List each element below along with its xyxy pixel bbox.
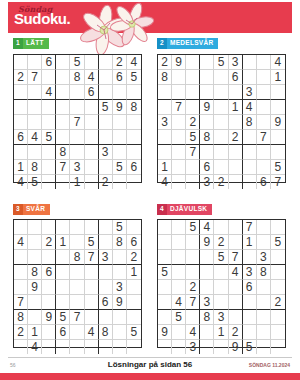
sudoku-cell-r5c7: 6 xyxy=(243,280,257,295)
sudoku-cell-r3c5: 8 xyxy=(70,250,84,265)
sudoku-cell-r5c6 xyxy=(229,115,243,130)
sudoku-cell-r8c2: 8 xyxy=(28,160,42,175)
sudoku-cell-r3c6: 7 xyxy=(85,250,99,265)
sudoku-cell-r9c2: 4 xyxy=(28,340,42,354)
sudoku-cell-r9c6 xyxy=(85,175,99,189)
sudoku-cell-r8c1: 9 xyxy=(158,325,172,340)
sudoku-cell-r1c8 xyxy=(257,55,271,70)
sudoku-cell-r3c5: 5 xyxy=(214,250,228,265)
sudoku-cell-r9c2 xyxy=(172,340,186,354)
sudoku-cell-r9c4: 3 xyxy=(200,175,214,189)
sudoku-cell-r5c9 xyxy=(127,115,141,130)
sudoku-cell-r5c9 xyxy=(271,280,285,295)
sudoku-cell-r5c4 xyxy=(56,280,70,295)
sudoku-cell-r9c9: 7 xyxy=(271,175,285,189)
sudoku-cell-r6c7: 6 xyxy=(99,295,113,310)
sudoku-cell-r9c7 xyxy=(99,340,113,354)
sudoku-cell-r6c3: 5 xyxy=(42,130,56,145)
sudoku-cell-r9c3 xyxy=(42,340,56,354)
sudoku-cell-r8c9: 5 xyxy=(127,325,141,340)
sudoku-cell-r8c4: 6 xyxy=(56,325,70,340)
sudoku-cell-r1c7: 7 xyxy=(243,220,257,235)
masthead-script-text: Söndag xyxy=(18,5,53,13)
sudoku-cell-r2c8: 8 xyxy=(113,235,127,250)
sudoku-cell-r4c5 xyxy=(214,100,228,115)
sudoku-cell-r3c2 xyxy=(28,85,42,100)
sudoku-cell-r4c9 xyxy=(271,100,285,115)
sudoku-cell-r5c1 xyxy=(14,280,28,295)
sudoku-cell-r3c4 xyxy=(56,250,70,265)
sudoku-cell-r4c4 xyxy=(56,100,70,115)
sudoku-cell-r8c6 xyxy=(85,160,99,175)
sudoku-cell-r4c6 xyxy=(85,265,99,280)
sudoku-cell-r3c8 xyxy=(257,85,271,100)
sudoku-grid-1-latt: 6524278465465987645831873564512 xyxy=(13,54,142,183)
sudoku-cell-r2c7 xyxy=(99,70,113,85)
sudoku-cell-r2c3 xyxy=(42,70,56,85)
sudoku-cell-r8c7: 8 xyxy=(99,325,113,340)
sudoku-cell-r4c4 xyxy=(56,265,70,280)
sudoku-cell-r7c3 xyxy=(42,145,56,160)
sudoku-cell-r6c1 xyxy=(158,295,172,310)
sudoku-cell-r6c4 xyxy=(56,295,70,310)
sudoku-cell-r4c2 xyxy=(28,100,42,115)
sudoku-cell-r6c7 xyxy=(243,295,257,310)
sudoku-cell-r8c1: 1 xyxy=(14,160,28,175)
sudoku-cell-r2c5: 8 xyxy=(70,70,84,85)
sudoku-grid-3-svar: 542158687328619376989572164854 xyxy=(13,219,142,348)
sudoku-cell-r8c4 xyxy=(200,325,214,340)
sudoku-cell-r5c5: 7 xyxy=(70,115,84,130)
sudoku-cell-r7c9 xyxy=(271,145,285,160)
sudoku-cell-r8c2: 1 xyxy=(28,325,42,340)
sudoku-cell-r6c9: 2 xyxy=(271,295,285,310)
sudoku-cell-r8c8 xyxy=(257,325,271,340)
sudoku-cell-r1c9: 4 xyxy=(271,55,285,70)
sudoku-cell-r8c3 xyxy=(186,160,200,175)
sudoku-cell-r3c3: 4 xyxy=(42,85,56,100)
sudoku-cell-r8c3: 4 xyxy=(186,325,200,340)
sudoku-cell-r6c2 xyxy=(28,295,42,310)
sudoku-cell-r7c3: 9 xyxy=(42,310,56,325)
sudoku-cell-r6c6 xyxy=(85,295,99,310)
sudoku-cell-r2c3 xyxy=(186,70,200,85)
sudoku-cell-r6c1: 6 xyxy=(14,130,28,145)
sudoku-cell-r8c8: 5 xyxy=(113,160,127,175)
sudoku-cell-r4c4 xyxy=(200,265,214,280)
puzzle-2-difficulty-label: MEDELSVÅR xyxy=(167,38,219,49)
sudoku-cell-r3c8 xyxy=(113,85,127,100)
sudoku-cell-r4c5 xyxy=(70,265,84,280)
sudoku-cell-r6c2 xyxy=(172,130,186,145)
sudoku-cell-r3c6: 7 xyxy=(229,250,243,265)
sudoku-cell-r9c8 xyxy=(113,340,127,354)
sudoku-cell-r5c2 xyxy=(172,115,186,130)
sudoku-cell-r2c9: 6 xyxy=(127,235,141,250)
sudoku-cell-r1c3 xyxy=(42,220,56,235)
sudoku-cell-r2c3 xyxy=(186,235,200,250)
sudoku-cell-r4c8 xyxy=(113,265,127,280)
sudoku-cell-r3c8 xyxy=(113,250,127,265)
difficulty-badge-1: 1 LÄTT xyxy=(13,38,49,49)
sudoku-cell-r7c8 xyxy=(113,310,127,325)
sudoku-cell-r7c3: 7 xyxy=(186,145,200,160)
sudoku-cell-r3c4 xyxy=(200,250,214,265)
sudoku-cell-r2c5 xyxy=(214,70,228,85)
sudoku-cell-r2c7 xyxy=(99,235,113,250)
sudoku-cell-r3c1 xyxy=(158,250,172,265)
sudoku-cell-r9c4 xyxy=(200,340,214,354)
sudoku-cell-r7c2 xyxy=(28,310,42,325)
sudoku-cell-r9c8 xyxy=(257,340,271,354)
sudoku-cell-r2c7: 1 xyxy=(243,235,257,250)
difficulty-badge-4: 4 DJÄVULSK xyxy=(157,204,212,215)
sudoku-cell-r6c8: 7 xyxy=(257,130,271,145)
sudoku-cell-r5c1: 3 xyxy=(158,115,172,130)
sudoku-cell-r1c4: 4 xyxy=(200,220,214,235)
sudoku-cell-r7c9 xyxy=(271,310,285,325)
sudoku-cell-r8c8 xyxy=(257,160,271,175)
sudoku-cell-r5c7 xyxy=(99,280,113,295)
sudoku-cell-r3c1 xyxy=(14,250,28,265)
sudoku-cell-r1c5: 5 xyxy=(214,55,228,70)
sudoku-cell-r7c5 xyxy=(214,145,228,160)
sudoku-cell-r8c9: 5 xyxy=(271,160,285,175)
sudoku-cell-r2c2 xyxy=(172,235,186,250)
sudoku-cell-r2c1: 4 xyxy=(14,235,28,250)
sudoku-cell-r3c1 xyxy=(158,85,172,100)
sudoku-cell-r7c7 xyxy=(99,310,113,325)
sudoku-cell-r3c5 xyxy=(70,85,84,100)
sudoku-cell-r5c4 xyxy=(200,280,214,295)
sudoku-cell-r6c5 xyxy=(70,130,84,145)
sudoku-cell-r6c6: 2 xyxy=(229,130,243,145)
masthead-logo: Söndag Sudoku. xyxy=(14,4,70,26)
sudoku-cell-r7c4: 8 xyxy=(200,310,214,325)
sudoku-cell-r2c9: 5 xyxy=(271,235,285,250)
sudoku-cell-r4c3 xyxy=(186,265,200,280)
sudoku-cell-r8c7 xyxy=(99,160,113,175)
sudoku-cell-r6c5 xyxy=(214,130,228,145)
sudoku-cell-r6c1 xyxy=(158,130,172,145)
sudoku-cell-r1c4 xyxy=(200,55,214,70)
sudoku-grid-4-djavulsk: 547921557354382647325839412395 xyxy=(157,219,286,348)
footer-rule xyxy=(8,357,292,358)
sudoku-cell-r8c3 xyxy=(42,160,56,175)
sudoku-cell-r2c4: 1 xyxy=(56,235,70,250)
sudoku-cell-r6c7 xyxy=(99,130,113,145)
difficulty-badge-2: 2 MEDELSVÅR xyxy=(157,38,218,49)
sudoku-cell-r7c7: 3 xyxy=(99,145,113,160)
puzzle-1-difficulty-label: LÄTT xyxy=(23,38,49,49)
sudoku-cell-r5c9: 9 xyxy=(271,115,285,130)
sudoku-cell-r5c4 xyxy=(56,115,70,130)
sudoku-cell-r3c2 xyxy=(172,85,186,100)
sudoku-cell-r7c5: 7 xyxy=(70,310,84,325)
sudoku-cell-r6c6 xyxy=(229,295,243,310)
sudoku-cell-r6c5 xyxy=(214,295,228,310)
sudoku-cell-r7c8 xyxy=(257,145,271,160)
sudoku-cell-r5c5 xyxy=(214,115,228,130)
sudoku-cell-r1c5 xyxy=(214,220,228,235)
sudoku-cell-r3c4 xyxy=(200,85,214,100)
sudoku-cell-r5c1 xyxy=(14,115,28,130)
sudoku-cell-r9c2 xyxy=(172,175,186,189)
sudoku-cell-r3c9 xyxy=(271,250,285,265)
sudoku-cell-r2c1: 2 xyxy=(14,70,28,85)
sudoku-cell-r9c5 xyxy=(70,340,84,354)
sudoku-cell-r4c6: 4 xyxy=(229,265,243,280)
sudoku-cell-r5c2 xyxy=(172,280,186,295)
sudoku-cell-r3c7 xyxy=(243,250,257,265)
sudoku-cell-r9c7: 5 xyxy=(243,340,257,354)
sudoku-cell-r2c8 xyxy=(257,235,271,250)
sudoku-cell-r4c9: 8 xyxy=(127,100,141,115)
sudoku-cell-r7c2 xyxy=(172,145,186,160)
puzzle-3-number: 3 xyxy=(13,204,23,215)
sudoku-cell-r4c6 xyxy=(85,100,99,115)
sudoku-cell-r8c9 xyxy=(271,325,285,340)
sudoku-cell-r7c4: 8 xyxy=(56,145,70,160)
sudoku-grid-2-medelsvar: 295348613791432895827716543267 xyxy=(157,54,286,183)
sudoku-cell-r5c3: 2 xyxy=(186,115,200,130)
sudoku-cell-r9c2: 5 xyxy=(28,175,42,189)
sudoku-cell-r2c6: 5 xyxy=(85,235,99,250)
sudoku-cell-r1c8: 2 xyxy=(113,55,127,70)
sudoku-cell-r9c3: 3 xyxy=(186,340,200,354)
sudoku-cell-r9c1: 4 xyxy=(14,175,28,189)
sudoku-cell-r4c9: 1 xyxy=(127,265,141,280)
sudoku-cell-r5c7: 8 xyxy=(243,115,257,130)
sudoku-cell-r5c8 xyxy=(113,115,127,130)
sudoku-cell-r1c3: 6 xyxy=(42,55,56,70)
sudoku-cell-r4c8: 9 xyxy=(113,100,127,115)
sudoku-cell-r3c6 xyxy=(229,85,243,100)
sudoku-cell-r4c2: 7 xyxy=(172,100,186,115)
sudoku-cell-r2c4 xyxy=(200,70,214,85)
sudoku-cell-r6c5 xyxy=(70,295,84,310)
sudoku-cell-r6c8 xyxy=(257,295,271,310)
sudoku-cell-r2c2 xyxy=(172,70,186,85)
sudoku-cell-r9c6: 9 xyxy=(229,340,243,354)
sudoku-cell-r6c7 xyxy=(243,130,257,145)
sudoku-cell-r1c8: 5 xyxy=(113,220,127,235)
sudoku-cell-r3c7: 3 xyxy=(243,85,257,100)
sudoku-cell-r8c7 xyxy=(243,160,257,175)
flower-image xyxy=(74,0,156,54)
sudoku-cell-r9c4 xyxy=(56,175,70,189)
sudoku-cell-r5c9 xyxy=(127,280,141,295)
puzzle-4-number: 4 xyxy=(157,204,167,215)
sudoku-cell-r9c9 xyxy=(271,340,285,354)
sudoku-cell-r7c8 xyxy=(257,310,271,325)
newspaper-sudoku-page: Söndag Sudoku. 1 LÄTT 2 M xyxy=(0,0,300,380)
sudoku-cell-r4c7 xyxy=(99,265,113,280)
sudoku-cell-r7c7 xyxy=(243,145,257,160)
sudoku-cell-r9c9 xyxy=(127,175,141,189)
puzzle-3-difficulty-label: SVÅR xyxy=(23,204,50,215)
sudoku-cell-r6c2: 4 xyxy=(172,295,186,310)
sudoku-cell-r1c7 xyxy=(99,55,113,70)
sudoku-cell-r1c1 xyxy=(14,220,28,235)
sudoku-cell-r6c4 xyxy=(56,130,70,145)
sudoku-cell-r3c3 xyxy=(186,250,200,265)
sudoku-cell-r7c5 xyxy=(70,145,84,160)
sudoku-cell-r5c8 xyxy=(257,280,271,295)
sudoku-cell-r1c1 xyxy=(158,220,172,235)
puzzle-2-number: 2 xyxy=(157,38,167,49)
sudoku-cell-r9c6 xyxy=(229,175,243,189)
sudoku-cell-r8c2 xyxy=(172,160,186,175)
sudoku-cell-r7c5: 3 xyxy=(214,310,228,325)
sudoku-cell-r3c3 xyxy=(42,250,56,265)
sudoku-cell-r2c4 xyxy=(56,70,70,85)
sudoku-cell-r5c2: 9 xyxy=(28,280,42,295)
sudoku-cell-r3c7 xyxy=(99,85,113,100)
sudoku-cell-r9c3 xyxy=(42,175,56,189)
sudoku-cell-r9c4 xyxy=(56,340,70,354)
sudoku-cell-r7c6 xyxy=(85,310,99,325)
sudoku-cell-r2c6: 6 xyxy=(229,70,243,85)
sudoku-cell-r7c7 xyxy=(243,310,257,325)
sudoku-cell-r8c9: 6 xyxy=(127,160,141,175)
sudoku-cell-r7c6 xyxy=(85,145,99,160)
sudoku-cell-r5c3 xyxy=(42,280,56,295)
sudoku-cell-r4c5 xyxy=(214,265,228,280)
sudoku-cell-r3c8: 3 xyxy=(257,250,271,265)
puzzle-1-number: 1 xyxy=(13,38,23,49)
sudoku-cell-r2c5 xyxy=(70,235,84,250)
sudoku-cell-r8c7 xyxy=(243,325,257,340)
sudoku-cell-r1c3: 5 xyxy=(186,220,200,235)
sudoku-cell-r5c8 xyxy=(257,115,271,130)
sudoku-cell-r4c9 xyxy=(271,265,285,280)
sudoku-cell-r7c6 xyxy=(229,145,243,160)
sudoku-cell-r7c8 xyxy=(113,145,127,160)
sudoku-cell-r4c5 xyxy=(70,100,84,115)
sudoku-cell-r7c1 xyxy=(14,145,28,160)
bottom-red-bar xyxy=(0,373,300,380)
sudoku-cell-r2c1 xyxy=(158,235,172,250)
sudoku-cell-r3c9 xyxy=(271,85,285,100)
sudoku-cell-r1c9 xyxy=(127,220,141,235)
sudoku-cell-r1c4 xyxy=(56,55,70,70)
sudoku-cell-r9c1 xyxy=(158,340,172,354)
sudoku-cell-r1c2 xyxy=(172,220,186,235)
sudoku-cell-r5c2 xyxy=(28,115,42,130)
sudoku-cell-r2c7 xyxy=(243,70,257,85)
sudoku-cell-r8c4: 7 xyxy=(56,160,70,175)
sudoku-cell-r6c2: 4 xyxy=(28,130,42,145)
sudoku-cell-r6c4: 3 xyxy=(200,295,214,310)
sudoku-cell-r4c7: 3 xyxy=(243,265,257,280)
sudoku-cell-r1c9: 4 xyxy=(127,55,141,70)
footer-edition-text: SÖNDAG 11.2024 xyxy=(249,362,290,368)
sudoku-cell-r3c7: 3 xyxy=(99,250,113,265)
sudoku-cell-r1c5: 5 xyxy=(70,55,84,70)
sudoku-cell-r3c4 xyxy=(56,85,70,100)
sudoku-cell-r4c1: 5 xyxy=(158,265,172,280)
sudoku-cell-r2c1: 8 xyxy=(158,70,172,85)
sudoku-cell-r1c5 xyxy=(70,220,84,235)
sudoku-cell-r8c4: 6 xyxy=(200,160,214,175)
sudoku-cell-r7c9 xyxy=(127,145,141,160)
sudoku-cell-r7c4: 5 xyxy=(56,310,70,325)
sudoku-cell-r6c4: 8 xyxy=(200,130,214,145)
sudoku-cell-r1c2 xyxy=(28,55,42,70)
sudoku-cell-r1c6 xyxy=(229,220,243,235)
sudoku-cell-r2c2 xyxy=(28,235,42,250)
sudoku-cell-r4c1 xyxy=(14,265,28,280)
sudoku-cell-r5c6 xyxy=(85,115,99,130)
sudoku-cell-r2c6 xyxy=(229,235,243,250)
sudoku-cell-r7c6 xyxy=(229,310,243,325)
sudoku-cell-r3c2 xyxy=(172,250,186,265)
sudoku-cell-r4c3: 6 xyxy=(42,265,56,280)
sudoku-cell-r1c1: 2 xyxy=(158,55,172,70)
sudoku-cell-r8c2 xyxy=(172,325,186,340)
sudoku-cell-r6c6 xyxy=(85,130,99,145)
sudoku-cell-r2c2: 7 xyxy=(28,70,42,85)
sudoku-cell-r5c5 xyxy=(70,280,84,295)
sudoku-cell-r3c9 xyxy=(127,85,141,100)
sudoku-cell-r6c9 xyxy=(127,130,141,145)
sudoku-cell-r7c1 xyxy=(158,145,172,160)
sudoku-cell-r4c1 xyxy=(14,100,28,115)
sudoku-cell-r9c1: 4 xyxy=(158,175,172,189)
sudoku-cell-r9c7 xyxy=(243,175,257,189)
sudoku-cell-r4c8: 8 xyxy=(257,265,271,280)
sudoku-cell-r6c9 xyxy=(127,295,141,310)
sudoku-cell-r1c1 xyxy=(14,55,28,70)
sudoku-cell-r7c3 xyxy=(186,310,200,325)
sudoku-cell-r7c1 xyxy=(158,310,172,325)
sudoku-cell-r4c7: 4 xyxy=(243,100,257,115)
sudoku-cell-r9c8 xyxy=(113,175,127,189)
sudoku-cell-r8c8 xyxy=(113,325,127,340)
sudoku-cell-r4c8 xyxy=(257,100,271,115)
sudoku-cell-r1c7 xyxy=(99,220,113,235)
sudoku-cell-r1c9 xyxy=(271,220,285,235)
sudoku-cell-r3c1 xyxy=(14,85,28,100)
sudoku-cell-r7c4 xyxy=(200,145,214,160)
sudoku-cell-r4c2: 8 xyxy=(28,265,42,280)
sudoku-cell-r9c5: 1 xyxy=(70,175,84,189)
sudoku-cell-r6c3: 7 xyxy=(186,295,200,310)
difficulty-badge-3: 3 SVÅR xyxy=(13,204,50,215)
sudoku-cell-r4c7: 5 xyxy=(99,100,113,115)
sudoku-cell-r9c3 xyxy=(186,175,200,189)
sudoku-cell-r3c6: 6 xyxy=(85,85,99,100)
sudoku-cell-r9c5: 2 xyxy=(214,175,228,189)
sudoku-cell-r5c6 xyxy=(229,280,243,295)
sudoku-cell-r5c3 xyxy=(42,115,56,130)
sudoku-cell-r2c8: 6 xyxy=(113,70,127,85)
sudoku-cell-r4c3 xyxy=(42,100,56,115)
sudoku-cell-r1c2 xyxy=(28,220,42,235)
sudoku-cell-r8c5: 3 xyxy=(70,160,84,175)
sudoku-cell-r8c6: 4 xyxy=(85,325,99,340)
sudoku-cell-r4c6: 1 xyxy=(229,100,243,115)
sudoku-cell-r8c5 xyxy=(214,160,228,175)
sudoku-cell-r9c5 xyxy=(214,340,228,354)
sudoku-cell-r9c1 xyxy=(14,340,28,354)
sudoku-cell-r5c1 xyxy=(158,280,172,295)
sudoku-cell-r1c4 xyxy=(56,220,70,235)
sudoku-cell-r9c9 xyxy=(127,340,141,354)
sudoku-cell-r7c2 xyxy=(28,145,42,160)
sudoku-cell-r7c2: 5 xyxy=(172,310,186,325)
